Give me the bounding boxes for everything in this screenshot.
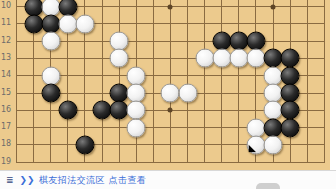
grid-line-vertical (119, 0, 120, 163)
white-stone (127, 118, 146, 137)
white-stone (110, 49, 129, 68)
black-stone (41, 84, 60, 103)
grid-line-vertical (16, 0, 17, 163)
black-stone (281, 101, 300, 120)
row-coordinate-label: 19 (1, 158, 15, 166)
grid-line-vertical (324, 0, 325, 163)
grid-line-vertical (307, 0, 308, 163)
grid-line-vertical (153, 0, 154, 163)
white-stone (127, 66, 146, 85)
grid-line-vertical (102, 0, 103, 163)
white-stone (41, 66, 60, 85)
grid-line-vertical (170, 0, 171, 163)
chat-link-icon[interactable]: ❯❯ (20, 175, 35, 185)
board-right-margin (330, 0, 336, 170)
row-coordinate-label: 18 (1, 140, 15, 148)
grid-line-vertical (238, 0, 239, 163)
grid-line-vertical (221, 0, 222, 163)
white-stone (127, 84, 146, 103)
row-coordinate-label: 11 (1, 19, 15, 27)
row-coordinate-label: 13 (1, 54, 15, 62)
star-point (168, 4, 173, 9)
grid-line-vertical (187, 0, 188, 163)
row-coordinate-label: 12 (1, 37, 15, 45)
bottom-toolbar[interactable]: ≣ ❯❯ 棋友招法交流区 点击查看 (0, 170, 336, 189)
white-stone (75, 14, 94, 33)
row-coordinate-label: 14 (1, 71, 15, 79)
black-stone (281, 118, 300, 137)
black-stone (75, 135, 94, 154)
white-stone (178, 84, 197, 103)
black-stone (281, 49, 300, 68)
grid-line-horizontal (16, 162, 325, 163)
last-move-triangle-marker (248, 144, 256, 152)
star-point (168, 108, 173, 113)
black-stone (281, 66, 300, 85)
row-coordinate-label: 16 (1, 106, 15, 114)
row-coordinate-label: 10 (1, 2, 15, 10)
grid-line-horizontal (16, 41, 325, 42)
row-coordinate-label: 15 (1, 89, 15, 97)
white-stone (41, 32, 60, 51)
white-stone (110, 32, 129, 51)
toolbar-handle[interactable] (256, 183, 280, 189)
toolbar-link-text[interactable]: 棋友招法交流区 点击查看 (39, 174, 147, 187)
menu-icon[interactable]: ≣ (6, 175, 14, 185)
go-board[interactable]: 10111213141516171819 (0, 0, 330, 170)
star-point (271, 4, 276, 9)
go-app-screen: 10111213141516171819 ≣ ❯❯ 棋友招法交流区 点击查看 (0, 0, 336, 189)
white-stone (264, 135, 283, 154)
grid-line-vertical (204, 0, 205, 163)
white-stone (127, 101, 146, 120)
black-stone (246, 32, 265, 51)
black-stone (58, 101, 77, 120)
row-coordinate-label: 17 (1, 123, 15, 131)
black-stone (281, 84, 300, 103)
